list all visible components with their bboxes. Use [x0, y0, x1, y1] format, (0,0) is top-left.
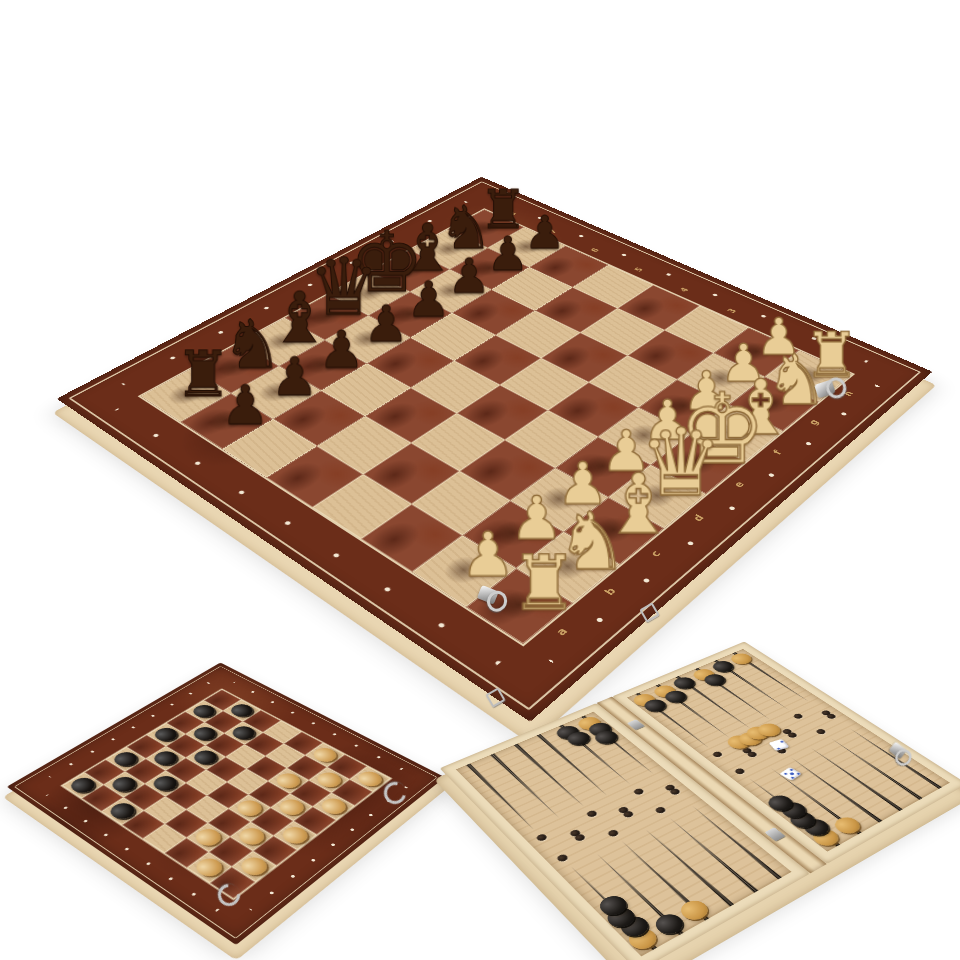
bg-drill-hole: [654, 806, 667, 814]
bg-point-top-left-1: [460, 761, 542, 833]
chess-piece-black-pawn: ♟: [486, 232, 528, 276]
bg-drill-hole: [556, 853, 570, 862]
chess-piece-black-pawn: ♟: [406, 277, 450, 324]
bg-die-2-showing-5: [780, 767, 803, 781]
die-pip: [790, 776, 795, 779]
bg-drill-hole: [815, 728, 827, 735]
bg-point-bottom-left-5: [662, 814, 764, 896]
chess-piece-black-pawn: ♟: [524, 211, 565, 254]
die-pip: [789, 769, 794, 772]
bg-drill-hole: [825, 713, 837, 720]
bg-drill-hole: [792, 713, 804, 720]
bg-drill-hole: [632, 788, 645, 796]
chess-piece-white-pawn: ♟: [460, 526, 515, 584]
bg-drill-hole: [585, 810, 598, 818]
die-pip: [776, 747, 780, 750]
bg-drill-hole: [668, 788, 681, 796]
chess-piece-black-pawn: ♟: [318, 326, 364, 375]
die-pip: [783, 773, 788, 776]
backgammon-case: [440, 641, 960, 960]
die-pip: [790, 772, 795, 775]
bg-drill-hole: [535, 833, 548, 842]
bg-checker-black: [640, 697, 670, 714]
chess-piece-black-pawn: ♟: [220, 380, 269, 432]
checker-natural: [354, 769, 386, 789]
bg-point-top-left-3: [508, 741, 591, 810]
bg-drill-hole: [746, 751, 758, 758]
chess-piece-black-pawn: ♟: [363, 301, 408, 349]
checkers-square-r5c3: [228, 795, 270, 822]
checker-natural: [313, 770, 345, 790]
checkers-square-r0c0: [62, 772, 103, 798]
bg-point-top-left-2: [485, 751, 567, 821]
bg-die-1-showing-2: [768, 738, 789, 750]
bg-checker-black: [595, 892, 632, 918]
checker-black: [108, 774, 141, 795]
bg-drill-hole: [712, 751, 724, 758]
product-photo: abcdefgh 87654321 ♜♞♝♛♚♝♞♜♟♟♟♟♟♟♟♟♟♟♟♟♟♟…: [0, 0, 960, 960]
bg-point-bottom-left-2: [589, 850, 690, 939]
chess-piece-black-pawn: ♟: [270, 352, 317, 402]
bg-drill-hole: [734, 767, 747, 775]
bg-point-bottom-left-4: [638, 826, 740, 910]
die-pip: [780, 740, 784, 743]
chess-piece-black-pawn: ♟: [447, 254, 490, 300]
backgammon-scene[interactable]: [451, 600, 951, 952]
checkers-square-r6c7: [327, 754, 367, 779]
bg-drill-hole: [820, 710, 832, 717]
chess-squares-grid: ♜♞♝♛♚♝♞♜♟♟♟♟♟♟♟♟♟♟♟♟♟♟♟♟♜♞♝♛♚♝♞♜: [140, 209, 852, 643]
bg-drill-hole: [606, 829, 619, 838]
bg-drill-hole: [786, 731, 798, 738]
die-pip: [796, 772, 801, 775]
